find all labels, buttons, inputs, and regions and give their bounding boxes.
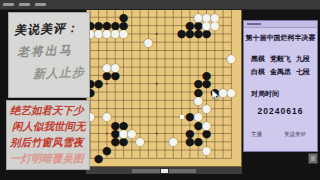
host-label: 主播 xyxy=(251,131,262,138)
white-player-name: 金禹丞 xyxy=(270,67,291,77)
window-titlebar[interactable] xyxy=(0,0,320,10)
white-stone: ● xyxy=(202,145,212,155)
menu-mark-icon xyxy=(3,3,14,6)
host-row: 主播 美说美评 xyxy=(251,131,310,138)
info-panel-titlebar[interactable] xyxy=(244,21,317,28)
mouse-cursor-icon xyxy=(212,90,220,101)
white-stone: ● xyxy=(110,62,120,72)
move-slider-thumb[interactable] xyxy=(160,168,169,174)
tournament-title: 第十届中国烂柯半决赛 xyxy=(244,33,317,43)
app-window: ●●●●●●●●●●●●●●●●●●●●●●●●●●●●●●●●●●●●●●●●… xyxy=(0,0,320,180)
commentary-title: 美说美评： xyxy=(14,20,80,39)
white-stone: ● xyxy=(143,37,153,47)
black-player-rank: 九段 xyxy=(296,54,310,64)
commentary-panel: 美说美评： 老将出马 新人止步 xyxy=(8,12,90,98)
commentary-line: 老将出马 xyxy=(17,42,74,61)
white-stone: ● xyxy=(202,120,212,130)
board-toolbar[interactable] xyxy=(86,167,242,174)
white-player-rank: 七段 xyxy=(296,67,310,77)
move-slider-track[interactable] xyxy=(132,169,196,173)
host-name: 美说美评 xyxy=(284,131,306,138)
game-info-panel: 第十届中国烂柯半决赛 黑棋 党毅飞 九段 白棋 金禹丞 七段 对局时间 2024… xyxy=(243,20,318,152)
white-stone: ● xyxy=(127,129,137,139)
white-stone: ● xyxy=(119,29,129,39)
white-stone: ● xyxy=(168,137,178,147)
poem-line: 闲人似我世间无 xyxy=(12,120,86,134)
black-label: 黑棋 xyxy=(251,54,265,64)
commentary-line: 新人止步 xyxy=(33,64,86,83)
white-stone: ● xyxy=(102,112,112,122)
poem-line: 一灯明暗覆吴图 xyxy=(10,152,84,166)
white-stone: ● xyxy=(226,54,236,64)
white-player-row: 白棋 金禹丞 七段 xyxy=(251,67,310,77)
menu-mark-icon xyxy=(35,3,46,6)
poem-line: 绝艺如君天下少 xyxy=(10,104,84,118)
panel-title-mark-icon xyxy=(247,23,261,25)
go-board[interactable]: ●●●●●●●●●●●●●●●●●●●●●●●●●●●●●●●●●●●●●●●●… xyxy=(86,6,242,167)
resize-handle[interactable] xyxy=(308,153,318,164)
white-label: 白棋 xyxy=(251,67,265,77)
white-stone: ● xyxy=(210,21,220,31)
move-marker xyxy=(180,115,184,119)
white-stone: ● xyxy=(226,87,236,97)
black-stone: ● xyxy=(94,153,104,163)
poem-panel: 绝艺如君天下少 闲人似我世间无 别后竹窗风雪夜 一灯明暗覆吴图 xyxy=(6,100,90,170)
black-player-row: 黑棋 党毅飞 九段 xyxy=(251,54,310,64)
poem-line: 别后竹窗风雪夜 xyxy=(10,136,84,150)
game-date: 20240616 xyxy=(244,106,317,116)
game-time-label: 对局时间 xyxy=(251,89,279,99)
menu-mark-icon xyxy=(19,3,30,6)
black-player-name: 党毅飞 xyxy=(270,54,291,64)
